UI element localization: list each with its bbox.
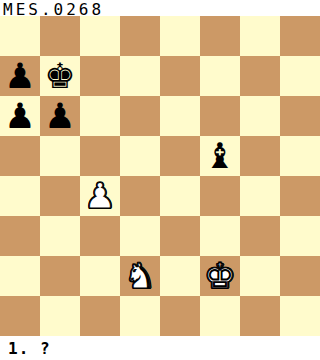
square-g3[interactable]: [240, 216, 280, 256]
square-e6[interactable]: [160, 96, 200, 136]
square-c4[interactable]: ♟: [80, 176, 120, 216]
square-h4[interactable]: [280, 176, 320, 216]
square-h8[interactable]: [280, 16, 320, 56]
square-h2[interactable]: [280, 256, 320, 296]
square-b2[interactable]: [40, 256, 80, 296]
square-d4[interactable]: [120, 176, 160, 216]
square-g5[interactable]: [240, 136, 280, 176]
square-h7[interactable]: [280, 56, 320, 96]
square-b1[interactable]: [40, 296, 80, 336]
square-d6[interactable]: [120, 96, 160, 136]
square-f2[interactable]: ♚: [200, 256, 240, 296]
square-a6[interactable]: ♟: [0, 96, 40, 136]
square-e4[interactable]: [160, 176, 200, 216]
square-e8[interactable]: [160, 16, 200, 56]
square-f5[interactable]: ♝: [200, 136, 240, 176]
black-bishop: ♝: [200, 136, 240, 176]
square-b8[interactable]: [40, 16, 80, 56]
square-c8[interactable]: [80, 16, 120, 56]
square-a2[interactable]: [0, 256, 40, 296]
square-c6[interactable]: [80, 96, 120, 136]
square-d2[interactable]: ♞: [120, 256, 160, 296]
square-b7[interactable]: ♚: [40, 56, 80, 96]
square-f6[interactable]: [200, 96, 240, 136]
white-pawn: ♟: [80, 176, 120, 216]
square-b5[interactable]: [40, 136, 80, 176]
square-e7[interactable]: [160, 56, 200, 96]
square-a5[interactable]: [0, 136, 40, 176]
square-d8[interactable]: [120, 16, 160, 56]
square-d7[interactable]: [120, 56, 160, 96]
white-king: ♚: [200, 256, 240, 296]
square-b3[interactable]: [40, 216, 80, 256]
square-g7[interactable]: [240, 56, 280, 96]
square-g2[interactable]: [240, 256, 280, 296]
square-e5[interactable]: [160, 136, 200, 176]
square-h6[interactable]: [280, 96, 320, 136]
square-c3[interactable]: [80, 216, 120, 256]
square-a7[interactable]: ♟: [0, 56, 40, 96]
square-c7[interactable]: [80, 56, 120, 96]
square-b6[interactable]: ♟: [40, 96, 80, 136]
square-g6[interactable]: [240, 96, 280, 136]
square-e3[interactable]: [160, 216, 200, 256]
square-e1[interactable]: [160, 296, 200, 336]
chess-diagram-page: MES.0268 ♟♚♟♟♝♟♞♚ 1. ?: [0, 0, 320, 360]
square-g1[interactable]: [240, 296, 280, 336]
square-f7[interactable]: [200, 56, 240, 96]
square-g4[interactable]: [240, 176, 280, 216]
square-f1[interactable]: [200, 296, 240, 336]
square-e2[interactable]: [160, 256, 200, 296]
square-d3[interactable]: [120, 216, 160, 256]
square-c2[interactable]: [80, 256, 120, 296]
black-pawn: ♟: [40, 96, 80, 136]
square-f4[interactable]: [200, 176, 240, 216]
square-h3[interactable]: [280, 216, 320, 256]
black-pawn: ♟: [0, 56, 40, 96]
square-a3[interactable]: [0, 216, 40, 256]
square-b4[interactable]: [40, 176, 80, 216]
square-a4[interactable]: [0, 176, 40, 216]
square-c5[interactable]: [80, 136, 120, 176]
square-d1[interactable]: [120, 296, 160, 336]
square-h5[interactable]: [280, 136, 320, 176]
chess-board: ♟♚♟♟♝♟♞♚: [0, 16, 320, 336]
black-king: ♚: [40, 56, 80, 96]
square-a1[interactable]: [0, 296, 40, 336]
square-c1[interactable]: [80, 296, 120, 336]
square-a8[interactable]: [0, 16, 40, 56]
square-d5[interactable]: [120, 136, 160, 176]
square-g8[interactable]: [240, 16, 280, 56]
move-prompt: 1. ?: [8, 339, 51, 358]
white-knight: ♞: [120, 256, 160, 296]
square-f3[interactable]: [200, 216, 240, 256]
square-h1[interactable]: [280, 296, 320, 336]
square-f8[interactable]: [200, 16, 240, 56]
black-pawn: ♟: [0, 96, 40, 136]
puzzle-id: MES.0268: [3, 0, 104, 16]
